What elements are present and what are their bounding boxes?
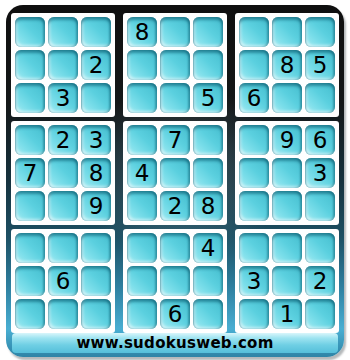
- cell-r8c0[interactable]: [15, 299, 45, 329]
- box-bottom-right: 3 2 1: [235, 229, 339, 333]
- cell-r0c0[interactable]: [15, 17, 45, 47]
- cell-r2c4[interactable]: [160, 83, 190, 113]
- cell-r8c5[interactable]: [193, 299, 223, 329]
- cell-r3c4[interactable]: 7: [160, 125, 190, 155]
- cell-r2c0[interactable]: [15, 83, 45, 113]
- cell-r3c1[interactable]: 2: [48, 125, 78, 155]
- cell-r1c3[interactable]: [127, 50, 157, 80]
- cell-r8c1[interactable]: [48, 299, 78, 329]
- cell-r8c6[interactable]: [239, 299, 269, 329]
- cell-r3c6[interactable]: [239, 125, 269, 155]
- cell-r0c5[interactable]: [193, 17, 223, 47]
- cell-r4c4[interactable]: [160, 158, 190, 188]
- cell-r2c5[interactable]: 5: [193, 83, 223, 113]
- cell-r7c4[interactable]: [160, 266, 190, 296]
- cell-r0c2[interactable]: [81, 17, 111, 47]
- box-middle-right: 9 6 3: [235, 121, 339, 225]
- cell-r3c7[interactable]: 9: [272, 125, 302, 155]
- cell-r5c8[interactable]: [305, 191, 335, 221]
- cell-r4c3[interactable]: 4: [127, 158, 157, 188]
- cell-r5c7[interactable]: [272, 191, 302, 221]
- cell-r7c8[interactable]: 2: [305, 266, 335, 296]
- cell-r1c4[interactable]: [160, 50, 190, 80]
- cell-r3c3[interactable]: [127, 125, 157, 155]
- cell-r0c7[interactable]: [272, 17, 302, 47]
- sudoku-plaque: 2 3 8 5 8 5 6: [6, 5, 344, 357]
- cell-r7c2[interactable]: [81, 266, 111, 296]
- cell-r2c8[interactable]: [305, 83, 335, 113]
- box-bottom-left: 6: [11, 229, 115, 333]
- cell-r6c0[interactable]: [15, 233, 45, 263]
- cell-r8c8[interactable]: [305, 299, 335, 329]
- box-center: 7 4 2 8: [123, 121, 227, 225]
- cell-r5c6[interactable]: [239, 191, 269, 221]
- box-top-left: 2 3: [11, 13, 115, 117]
- cell-r2c7[interactable]: [272, 83, 302, 113]
- cell-r2c1[interactable]: 3: [48, 83, 78, 113]
- box-top-right: 8 5 6: [235, 13, 339, 117]
- cell-r4c0[interactable]: 7: [15, 158, 45, 188]
- cell-r1c5[interactable]: [193, 50, 223, 80]
- cell-r6c7[interactable]: [272, 233, 302, 263]
- cell-r6c8[interactable]: [305, 233, 335, 263]
- cell-r0c1[interactable]: [48, 17, 78, 47]
- cell-r7c1[interactable]: 6: [48, 266, 78, 296]
- cell-r5c3[interactable]: [127, 191, 157, 221]
- cell-r0c4[interactable]: [160, 17, 190, 47]
- cell-r6c5[interactable]: 4: [193, 233, 223, 263]
- cell-r1c8[interactable]: 5: [305, 50, 335, 80]
- cell-r3c2[interactable]: 3: [81, 125, 111, 155]
- cell-r4c6[interactable]: [239, 158, 269, 188]
- cell-r1c7[interactable]: 8: [272, 50, 302, 80]
- cell-r4c7[interactable]: [272, 158, 302, 188]
- cell-r3c5[interactable]: [193, 125, 223, 155]
- cell-r3c8[interactable]: 6: [305, 125, 335, 155]
- cell-r2c2[interactable]: [81, 83, 111, 113]
- cell-r6c1[interactable]: [48, 233, 78, 263]
- footer-bar: www.sudokusweb.com: [12, 333, 338, 353]
- cell-r1c0[interactable]: [15, 50, 45, 80]
- cell-r6c2[interactable]: [81, 233, 111, 263]
- cell-r8c3[interactable]: [127, 299, 157, 329]
- cell-r2c6[interactable]: 6: [239, 83, 269, 113]
- cell-r7c5[interactable]: [193, 266, 223, 296]
- cell-r7c6[interactable]: 3: [239, 266, 269, 296]
- cell-r8c4[interactable]: 6: [160, 299, 190, 329]
- cell-r8c7[interactable]: 1: [272, 299, 302, 329]
- cell-r8c2[interactable]: [81, 299, 111, 329]
- cell-r0c6[interactable]: [239, 17, 269, 47]
- cell-r0c8[interactable]: [305, 17, 335, 47]
- cell-r5c2[interactable]: 9: [81, 191, 111, 221]
- cell-r1c1[interactable]: [48, 50, 78, 80]
- cell-r5c5[interactable]: 8: [193, 191, 223, 221]
- cell-r4c8[interactable]: 3: [305, 158, 335, 188]
- cell-r5c1[interactable]: [48, 191, 78, 221]
- cell-r5c0[interactable]: [15, 191, 45, 221]
- box-middle-left: 2 3 7 8 9: [11, 121, 115, 225]
- box-bottom-middle: 4 6: [123, 229, 227, 333]
- cell-r2c3[interactable]: [127, 83, 157, 113]
- cell-r4c5[interactable]: [193, 158, 223, 188]
- cell-r3c0[interactable]: [15, 125, 45, 155]
- cell-r4c2[interactable]: 8: [81, 158, 111, 188]
- cell-r4c1[interactable]: [48, 158, 78, 188]
- cell-r7c7[interactable]: [272, 266, 302, 296]
- cell-r6c6[interactable]: [239, 233, 269, 263]
- cell-r6c4[interactable]: [160, 233, 190, 263]
- cell-r5c4[interactable]: 2: [160, 191, 190, 221]
- cell-r1c2[interactable]: 2: [81, 50, 111, 80]
- cell-r0c3[interactable]: 8: [127, 17, 157, 47]
- cell-r7c0[interactable]: [15, 266, 45, 296]
- box-top-middle: 8 5: [123, 13, 227, 117]
- cell-r1c6[interactable]: [239, 50, 269, 80]
- site-url: www.sudokusweb.com: [76, 334, 273, 352]
- sudoku-board: 2 3 8 5 8 5 6: [11, 13, 339, 333]
- cell-r7c3[interactable]: [127, 266, 157, 296]
- cell-r6c3[interactable]: [127, 233, 157, 263]
